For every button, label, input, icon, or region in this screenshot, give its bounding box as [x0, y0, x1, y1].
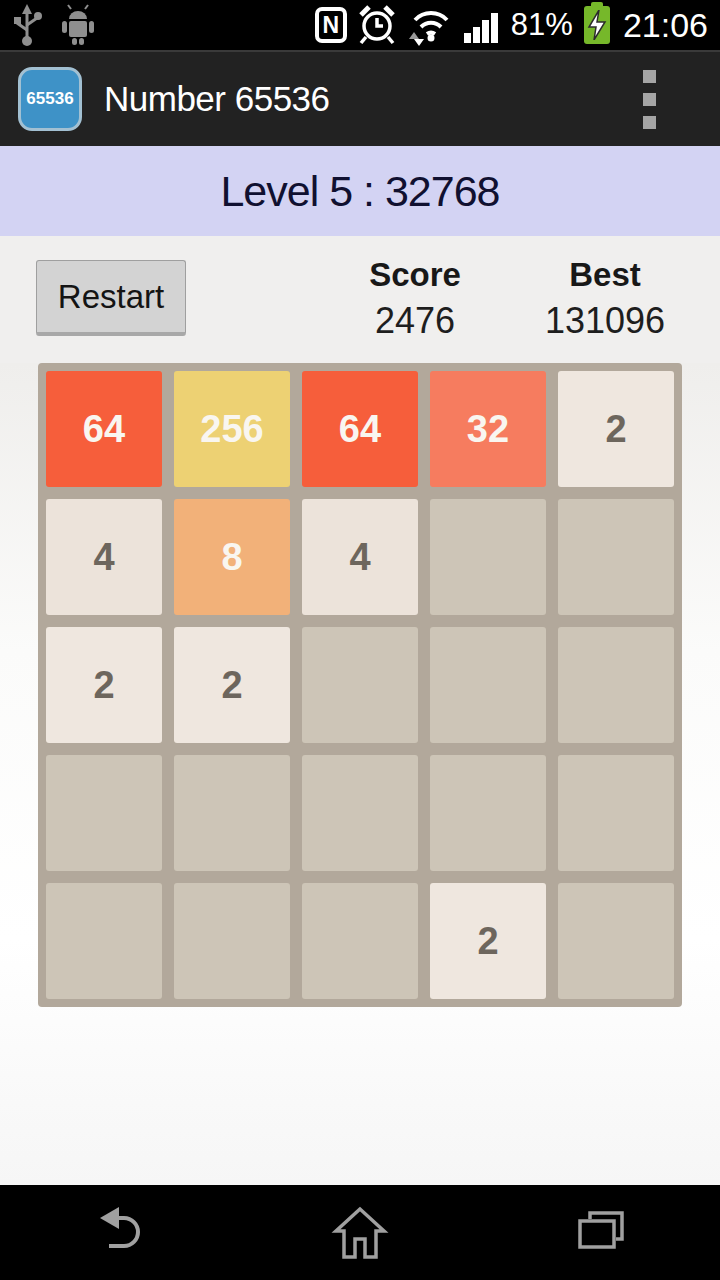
- tile-64-r1c3: 64: [302, 371, 418, 487]
- empty-cell-r3c4: [430, 627, 546, 743]
- level-text: Level 5 : 32768: [220, 167, 499, 216]
- empty-cell-r4c4: [430, 755, 546, 871]
- score-label: Score: [345, 256, 485, 294]
- clock-text: 21:06: [623, 6, 708, 45]
- home-icon: [328, 1201, 392, 1265]
- empty-cell-r5c3: [302, 883, 418, 999]
- nfc-icon: N: [315, 7, 347, 43]
- score-row: Restart Score 2476 Best 131096: [0, 236, 720, 363]
- app-bar: 65536 Number 65536: [0, 50, 720, 146]
- score-value: 2476: [345, 300, 485, 342]
- home-button[interactable]: [240, 1185, 480, 1280]
- battery-percent: 81%: [511, 7, 573, 43]
- best-label: Best: [535, 256, 675, 294]
- empty-cell-r4c1: [46, 755, 162, 871]
- recents-icon: [568, 1201, 632, 1265]
- overflow-menu-icon[interactable]: [633, 60, 666, 139]
- tile-2-r3c1: 2: [46, 627, 162, 743]
- tile-2-r3c2: 2: [174, 627, 290, 743]
- board[interactable]: 6425664322484222: [38, 363, 682, 1007]
- wifi-icon: [407, 4, 453, 46]
- empty-cell-r2c4: [430, 499, 546, 615]
- tile-2-r5c4: 2: [430, 883, 546, 999]
- level-banner: Level 5 : 32768: [0, 146, 720, 236]
- score-block: Score 2476: [345, 256, 485, 363]
- battery-charging-icon: [584, 6, 610, 44]
- tile-4-r2c1: 4: [46, 499, 162, 615]
- status-bar: N: [0, 0, 720, 50]
- empty-cell-r3c3: [302, 627, 418, 743]
- tile-8-r2c2: 8: [174, 499, 290, 615]
- app-icon: 65536: [18, 67, 82, 131]
- empty-cell-r4c2: [174, 755, 290, 871]
- android-icon: [58, 4, 98, 46]
- game-area: 6425664322484222: [0, 363, 720, 1185]
- empty-cell-r4c5: [558, 755, 674, 871]
- usb-icon: [12, 3, 42, 47]
- best-block: Best 131096: [535, 256, 675, 363]
- back-button[interactable]: [0, 1185, 240, 1280]
- empty-cell-r5c1: [46, 883, 162, 999]
- alarm-icon: [356, 4, 398, 46]
- tile-32-r1c4: 32: [430, 371, 546, 487]
- tile-256-r1c2: 256: [174, 371, 290, 487]
- empty-cell-r5c5: [558, 883, 674, 999]
- recents-button[interactable]: [480, 1185, 720, 1280]
- empty-cell-r2c5: [558, 499, 674, 615]
- tile-2-r1c5: 2: [558, 371, 674, 487]
- tile-64-r1c1: 64: [46, 371, 162, 487]
- best-value: 131096: [535, 300, 675, 342]
- nav-bar: [0, 1185, 720, 1280]
- empty-cell-r3c5: [558, 627, 674, 743]
- empty-cell-r5c2: [174, 883, 290, 999]
- signal-icon: [462, 5, 502, 45]
- tile-4-r2c3: 4: [302, 499, 418, 615]
- app-title: Number 65536: [104, 79, 330, 119]
- restart-button[interactable]: Restart: [36, 260, 186, 336]
- empty-cell-r4c3: [302, 755, 418, 871]
- back-icon: [88, 1201, 152, 1265]
